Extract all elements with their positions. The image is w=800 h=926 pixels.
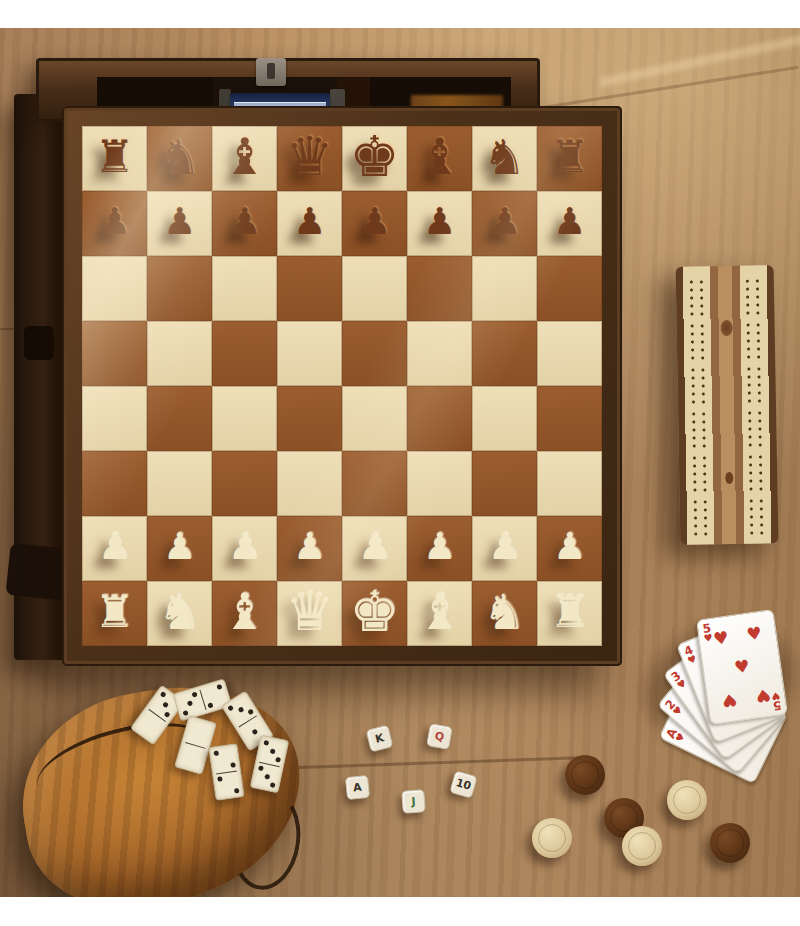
domino-half <box>251 761 283 792</box>
peg-hole <box>700 280 703 283</box>
heart-suit-icon: ♥ <box>671 705 684 718</box>
domino-pip <box>162 701 169 708</box>
square-a3[interactable] <box>82 451 147 516</box>
white-rook[interactable]: ♜ <box>549 589 589 634</box>
peg-hole <box>691 369 694 372</box>
heart-pip-icon: ♥ <box>721 691 738 710</box>
domino-pip <box>264 774 270 780</box>
square-g7[interactable]: ♟ <box>472 191 537 256</box>
peg-hole <box>691 325 694 328</box>
peg-hole <box>694 517 697 520</box>
domino-pip <box>230 762 236 768</box>
square-g4[interactable] <box>472 386 537 451</box>
peg-hole <box>758 419 761 422</box>
square-b4[interactable] <box>147 386 212 451</box>
cribbage-board[interactable] <box>676 265 779 545</box>
dark-checker-piece[interactable] <box>710 823 750 863</box>
peg-hole <box>746 312 749 315</box>
peg-hole <box>703 480 706 483</box>
box-hinge <box>24 326 54 360</box>
peg-hole <box>693 481 696 484</box>
square-h8[interactable]: ♜ <box>537 126 602 191</box>
peg-hole <box>690 313 693 316</box>
square-h2[interactable]: ♟ <box>537 516 602 581</box>
peg-hole <box>704 524 707 527</box>
square-g1[interactable]: ♞ <box>472 581 537 646</box>
peg-hole <box>756 279 759 282</box>
peg-hole <box>694 509 697 512</box>
domino-half <box>210 744 240 774</box>
peg-hole <box>757 347 760 350</box>
black-pawn[interactable]: ♟ <box>423 203 456 240</box>
white-pawn[interactable]: ♟ <box>293 528 326 565</box>
domino-pip <box>258 765 264 771</box>
peg-hole <box>757 331 760 334</box>
peg-hole <box>691 377 694 380</box>
peg-hole <box>758 383 761 386</box>
square-f5[interactable] <box>407 321 472 386</box>
square-e5[interactable] <box>342 321 407 386</box>
peg-hole <box>702 420 705 423</box>
black-bishop[interactable]: ♝ <box>222 132 267 182</box>
black-rook[interactable]: ♜ <box>549 134 589 179</box>
peg-hole <box>704 500 707 503</box>
peg-hole <box>749 480 752 483</box>
square-b8[interactable]: ♞ <box>147 126 212 191</box>
square-f2[interactable]: ♟ <box>407 516 472 581</box>
peg-hole <box>749 464 752 467</box>
peg-hole <box>700 312 703 315</box>
white-bishop[interactable]: ♝ <box>417 587 462 637</box>
square-b7[interactable]: ♟ <box>147 191 212 256</box>
heart-suit-icon: ♥ <box>675 678 688 691</box>
square-c1[interactable]: ♝ <box>212 581 277 646</box>
square-d3[interactable] <box>277 451 342 516</box>
peg-hole <box>692 393 695 396</box>
peg-hole <box>703 456 706 459</box>
domino-pip <box>160 691 167 698</box>
square-e8[interactable]: ♚ <box>342 126 407 191</box>
domino-pip <box>269 748 275 754</box>
wood-grain-line <box>541 66 798 110</box>
peg-hole <box>758 427 761 430</box>
square-d2[interactable]: ♟ <box>277 516 342 581</box>
peg-hole <box>693 489 696 492</box>
domino-pip <box>213 750 219 756</box>
square-h3[interactable] <box>537 451 602 516</box>
peg-hole <box>701 376 704 379</box>
peg-hole <box>749 444 752 447</box>
square-d7[interactable]: ♟ <box>277 191 342 256</box>
card-corner-index: 5♥ <box>771 690 783 712</box>
domino-pip <box>227 704 234 711</box>
product-photo: ♜♞♝♛♚♝♞♜♟♟♟♟♟♟♟♟♟♟♟♟♟♟♟♟♜♞♝♛♚♝♞♜ A♥2♥3♥4… <box>0 28 800 897</box>
peg-hole <box>746 280 749 283</box>
domino-pip <box>263 740 269 746</box>
domino-pip <box>234 788 240 794</box>
square-a1[interactable]: ♜ <box>82 581 147 646</box>
domino-pip <box>237 707 244 714</box>
peg-hole <box>692 421 695 424</box>
white-margin-top <box>0 0 800 28</box>
square-c6[interactable] <box>212 256 277 321</box>
square-c2[interactable]: ♟ <box>212 516 277 581</box>
peg-hole <box>691 333 694 336</box>
peg-hole <box>694 501 697 504</box>
peg-hole <box>748 420 751 423</box>
black-queen[interactable]: ♛ <box>285 130 333 184</box>
peg-hole <box>694 525 697 528</box>
square-e4[interactable] <box>342 386 407 451</box>
peg-hole <box>750 524 753 527</box>
black-pawn[interactable]: ♟ <box>488 203 521 240</box>
domino-pip <box>207 702 213 708</box>
black-pawn[interactable]: ♟ <box>553 203 586 240</box>
white-knight[interactable]: ♞ <box>158 588 201 636</box>
peg-hole <box>757 323 760 326</box>
black-pawn[interactable]: ♟ <box>163 203 196 240</box>
heart-suit-icon: ♥ <box>703 633 713 644</box>
peg-hole <box>747 324 750 327</box>
square-d5[interactable] <box>277 321 342 386</box>
playing-cards-fan: A♥2♥3♥4♥5♥5♥♥♥♥♥♥ <box>640 575 800 743</box>
peg-hole <box>700 288 703 291</box>
chess-board-squares: ♜♞♝♛♚♝♞♜♟♟♟♟♟♟♟♟♟♟♟♟♟♟♟♟♜♞♝♛♚♝♞♜ <box>82 126 602 646</box>
peg-hole <box>747 376 750 379</box>
square-c3[interactable] <box>212 451 277 516</box>
light-checker-piece[interactable] <box>667 780 707 820</box>
peg-hole <box>694 533 697 536</box>
card-corner-index: 3♥ <box>669 669 689 691</box>
heart-pip-icon: ♥ <box>745 624 762 643</box>
peg-hole <box>690 289 693 292</box>
square-a2[interactable]: ♟ <box>82 516 147 581</box>
square-a7[interactable]: ♟ <box>82 191 147 256</box>
black-pawn[interactable]: ♟ <box>293 203 326 240</box>
square-e6[interactable] <box>342 256 407 321</box>
peg-hole <box>747 356 750 359</box>
peg-hole <box>747 348 750 351</box>
heart-pip-icon: ♥ <box>754 686 771 705</box>
peg-hole <box>703 472 706 475</box>
peg-hole <box>760 499 763 502</box>
peg-hole <box>702 428 705 431</box>
peg-hole <box>691 349 694 352</box>
black-bishop[interactable]: ♝ <box>417 132 462 182</box>
peg-hole <box>704 516 707 519</box>
black-knight[interactable]: ♞ <box>483 133 526 181</box>
peg-hole <box>749 436 752 439</box>
square-b1[interactable]: ♞ <box>147 581 212 646</box>
peg-hole <box>757 339 760 342</box>
peg-hole <box>758 399 761 402</box>
white-bishop[interactable]: ♝ <box>222 587 267 637</box>
peg-hole <box>701 356 704 359</box>
peg-hole <box>690 281 693 284</box>
black-pawn[interactable]: ♟ <box>98 203 131 240</box>
peg-hole <box>701 324 704 327</box>
peg-hole <box>749 456 752 459</box>
square-c4[interactable] <box>212 386 277 451</box>
white-pawn[interactable]: ♟ <box>488 528 521 565</box>
peg-hole <box>700 296 703 299</box>
black-rook[interactable]: ♜ <box>94 134 134 179</box>
domino-half <box>213 770 243 800</box>
square-c7[interactable]: ♟ <box>212 191 277 256</box>
peg-hole <box>750 508 753 511</box>
square-f3[interactable] <box>407 451 472 516</box>
peg-hole <box>692 401 695 404</box>
peg-hole <box>760 515 763 518</box>
domino-pip <box>187 701 193 707</box>
domino-pip <box>192 691 198 697</box>
peg-hole <box>701 332 704 335</box>
white-pawn[interactable]: ♟ <box>163 528 196 565</box>
peg-hole <box>748 428 751 431</box>
poker-die-J[interactable]: J <box>401 789 426 814</box>
peg-hole <box>750 516 753 519</box>
peg-hole <box>757 355 760 358</box>
light-checker-piece[interactable] <box>622 826 662 866</box>
peg-hole <box>748 384 751 387</box>
peg-hole <box>750 500 753 503</box>
card-corner-index: 4♥ <box>682 643 698 666</box>
peg-hole <box>759 463 762 466</box>
square-f1[interactable]: ♝ <box>407 581 472 646</box>
square-f6[interactable] <box>407 256 472 321</box>
peg-hole <box>746 296 749 299</box>
peg-hole <box>692 429 695 432</box>
peg-hole <box>690 305 693 308</box>
black-pawn[interactable]: ♟ <box>228 203 261 240</box>
box-clasp <box>256 58 286 86</box>
black-pawn[interactable]: ♟ <box>358 203 391 240</box>
peg-hole <box>759 487 762 490</box>
peg-hole <box>748 412 751 415</box>
peg-hole <box>756 287 759 290</box>
peg-hole <box>701 368 704 371</box>
peg-hole <box>703 444 706 447</box>
peg-hole <box>749 488 752 491</box>
peg-hole <box>701 340 704 343</box>
peg-hole <box>702 400 705 403</box>
chess-board: ♜♞♝♛♚♝♞♜♟♟♟♟♟♟♟♟♟♟♟♟♟♟♟♟♜♞♝♛♚♝♞♜ <box>62 106 622 666</box>
peg-hole <box>747 332 750 335</box>
square-c8[interactable]: ♝ <box>212 126 277 191</box>
square-a6[interactable] <box>82 256 147 321</box>
peg-hole <box>749 472 752 475</box>
peg-hole <box>756 295 759 298</box>
poker-die-10[interactable]: 10 <box>449 770 477 798</box>
domino-pip <box>251 729 258 736</box>
peg-hole <box>756 303 759 306</box>
poker-die-K[interactable]: K <box>366 725 394 753</box>
peg-hole <box>702 412 705 415</box>
peg-hole <box>757 367 760 370</box>
peg-hole <box>758 391 761 394</box>
peg-hole <box>702 392 705 395</box>
square-e2[interactable]: ♟ <box>342 516 407 581</box>
heart-suit-icon: ♥ <box>771 690 781 701</box>
heart-suit-icon: ♥ <box>674 731 687 744</box>
peg-hole <box>693 473 696 476</box>
peg-hole <box>692 385 695 388</box>
peg-hole <box>759 455 762 458</box>
peg-hole <box>759 479 762 482</box>
dark-checker-piece[interactable] <box>565 755 605 795</box>
peg-hole <box>693 465 696 468</box>
domino-pip <box>163 711 170 718</box>
square-h4[interactable] <box>537 386 602 451</box>
white-queen[interactable]: ♛ <box>285 585 333 639</box>
peg-hole <box>700 304 703 307</box>
peg-hole <box>704 508 707 511</box>
box-left-rail <box>14 94 68 660</box>
heart-pip-icon: ♥ <box>733 657 750 676</box>
square-b3[interactable] <box>147 451 212 516</box>
poker-die-Q[interactable]: Q <box>426 723 453 750</box>
white-rook[interactable]: ♜ <box>94 589 134 634</box>
square-d4[interactable] <box>277 386 342 451</box>
peg-hole <box>690 297 693 300</box>
square-b2[interactable]: ♟ <box>147 516 212 581</box>
peg-hole <box>759 435 762 438</box>
black-king[interactable]: ♚ <box>349 129 399 185</box>
white-pawn[interactable]: ♟ <box>553 528 586 565</box>
peg-hole <box>693 445 696 448</box>
square-c5[interactable] <box>212 321 277 386</box>
square-g5[interactable] <box>472 321 537 386</box>
poker-die-A[interactable]: A <box>345 775 370 800</box>
square-b6[interactable] <box>147 256 212 321</box>
card-corner-index: 5♥ <box>702 622 714 644</box>
square-a8[interactable]: ♜ <box>82 126 147 191</box>
square-f8[interactable]: ♝ <box>407 126 472 191</box>
square-e1[interactable]: ♚ <box>342 581 407 646</box>
peg-hole <box>760 523 763 526</box>
peg-hole <box>703 436 706 439</box>
peg-hole <box>750 532 753 535</box>
heart-pip-icon: ♥ <box>712 629 729 648</box>
white-pawn[interactable]: ♟ <box>423 528 456 565</box>
peg-hole <box>703 464 706 467</box>
heart-suit-icon: ♥ <box>686 654 698 667</box>
square-h7[interactable]: ♟ <box>537 191 602 256</box>
square-d1[interactable]: ♛ <box>277 581 342 646</box>
white-king[interactable]: ♚ <box>349 584 399 640</box>
square-f4[interactable] <box>407 386 472 451</box>
square-b5[interactable] <box>147 321 212 386</box>
peg-hole <box>760 531 763 534</box>
white-pawn[interactable]: ♟ <box>228 528 261 565</box>
peg-hole <box>704 532 707 535</box>
white-pawn[interactable]: ♟ <box>358 528 391 565</box>
square-g8[interactable]: ♞ <box>472 126 537 191</box>
playing-card-5-hearts[interactable]: 5♥5♥♥♥♥♥♥ <box>696 609 788 725</box>
domino-pip <box>270 782 276 788</box>
square-f7[interactable]: ♟ <box>407 191 472 256</box>
screenshot-canvas: ♜♞♝♛♚♝♞♜♟♟♟♟♟♟♟♟♟♟♟♟♟♟♟♟♜♞♝♛♚♝♞♜ A♥2♥3♥4… <box>0 0 800 926</box>
square-d8[interactable]: ♛ <box>277 126 342 191</box>
peg-hole <box>691 357 694 360</box>
square-h5[interactable] <box>537 321 602 386</box>
white-margin-bottom <box>0 897 800 926</box>
peg-hole <box>756 311 759 314</box>
peg-hole <box>701 348 704 351</box>
domino-pip <box>217 684 223 690</box>
peg-hole <box>702 384 705 387</box>
white-pawn[interactable]: ♟ <box>98 528 131 565</box>
square-e3[interactable] <box>342 451 407 516</box>
domino-pip <box>275 757 281 763</box>
square-h6[interactable] <box>537 256 602 321</box>
peg-hole <box>747 340 750 343</box>
peg-hole <box>693 457 696 460</box>
light-checker-piece[interactable] <box>532 818 572 858</box>
square-h1[interactable]: ♜ <box>537 581 602 646</box>
peg-hole <box>703 488 706 491</box>
peg-hole <box>746 288 749 291</box>
peg-hole <box>759 443 762 446</box>
peg-hole <box>692 413 695 416</box>
peg-hole <box>748 392 751 395</box>
square-d6[interactable] <box>277 256 342 321</box>
square-g6[interactable] <box>472 256 537 321</box>
square-g3[interactable] <box>472 451 537 516</box>
wood-highlight <box>600 30 800 87</box>
wood-grain-line <box>298 756 588 769</box>
peg-hole <box>746 304 749 307</box>
peg-hole <box>693 437 696 440</box>
square-a5[interactable] <box>82 321 147 386</box>
black-knight[interactable]: ♞ <box>158 133 201 181</box>
domino-pip <box>247 709 254 716</box>
peg-hole <box>759 471 762 474</box>
domino-pip <box>182 710 188 716</box>
peg-hole <box>760 507 763 510</box>
peg-hole <box>747 368 750 371</box>
domino-pip <box>217 776 223 782</box>
square-a4[interactable] <box>82 386 147 451</box>
peg-hole <box>758 411 761 414</box>
square-g2[interactable]: ♟ <box>472 516 537 581</box>
square-e7[interactable]: ♟ <box>342 191 407 256</box>
peg-hole <box>748 400 751 403</box>
peg-hole <box>691 341 694 344</box>
peg-hole <box>757 375 760 378</box>
white-knight[interactable]: ♞ <box>483 588 526 636</box>
